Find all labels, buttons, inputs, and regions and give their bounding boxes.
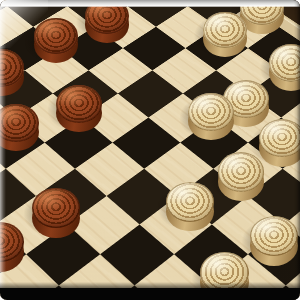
frame-bottom-bar: [0, 288, 300, 300]
piece-top-grooves: [188, 93, 233, 131]
checkers-app-icon: [0, 0, 300, 300]
piece-top-grooves: [56, 85, 101, 123]
board-scene: [0, 0, 300, 300]
frame-corner-sheen: [0, 0, 48, 48]
frame-right-bevel: [294, 0, 300, 300]
piece-top-grooves: [250, 216, 298, 256]
piece-top-grooves: [203, 12, 247, 49]
piece-top-grooves: [166, 182, 213, 222]
piece-top-grooves: [218, 152, 265, 191]
piece-top-grooves: [32, 188, 80, 228]
screenshot: [0, 0, 300, 300]
